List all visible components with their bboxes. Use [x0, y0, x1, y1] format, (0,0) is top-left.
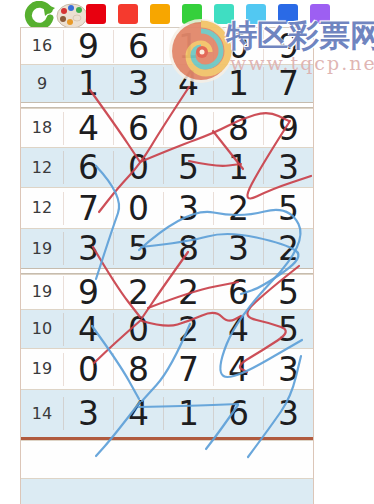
grid-cell-r8c1: 4: [63, 313, 113, 346]
palette-icon[interactable]: [56, 1, 88, 29]
refresh-icon[interactable]: [22, 1, 56, 29]
grid-cell-r4c3: 5: [163, 151, 213, 184]
color-swatch-4[interactable]: [214, 4, 234, 24]
grid-cell-r7c4: 6: [213, 276, 263, 309]
row-label-10: 14: [21, 406, 63, 422]
grid-cell-r5c5: 5: [263, 192, 313, 225]
grid-row-11: [21, 440, 313, 478]
row-label-8: 10: [21, 321, 63, 337]
grid-cell-r8c4: 4: [213, 313, 263, 346]
row-label-7: 19: [21, 284, 63, 300]
grid-cell-r8c5: 5: [263, 313, 313, 346]
row-label-9: 19: [21, 361, 63, 377]
grid-cell-r7c2: 2: [113, 276, 163, 309]
row-label-3: 18: [21, 120, 63, 136]
grid-cell-r3c4: 8: [213, 112, 263, 145]
grid-cell-r9c2: 8: [113, 353, 163, 386]
grid-cell-r1c1: 9: [63, 30, 113, 63]
color-swatch-0[interactable]: [86, 4, 106, 24]
grid-cell-r6c1: 3: [63, 232, 113, 265]
color-swatch-1[interactable]: [118, 4, 138, 24]
grid-cell-r10c5: 3: [263, 397, 313, 430]
grid-cell-r9c1: 0: [63, 353, 113, 386]
grid-row-9: 1908743: [21, 348, 313, 389]
grid-row-4: 1260513: [21, 147, 313, 187]
row-label-6: 19: [21, 241, 63, 257]
color-swatch-5[interactable]: [246, 4, 266, 24]
row-label-1: 16: [21, 38, 63, 54]
grid-cell-r1c5: 9: [263, 30, 313, 63]
color-swatch-3[interactable]: [182, 4, 202, 24]
grid-cell-r10c3: 1: [163, 397, 213, 430]
grid-row-10: 1434163: [21, 389, 313, 437]
grid-cell-r5c4: 2: [213, 192, 263, 225]
color-swatch-bar: [86, 4, 330, 24]
grid-row-12: [21, 478, 313, 504]
grid-row-1: 1696109: [21, 28, 313, 64]
grid-cell-r3c2: 6: [113, 112, 163, 145]
toolbar: [0, 0, 374, 27]
row-label-2: 9: [21, 76, 63, 92]
grid-row-7: 1992265: [21, 274, 313, 309]
color-swatch-7[interactable]: [310, 4, 330, 24]
grid-row-6: 1935832: [21, 228, 313, 268]
trend-grid: 1696109913417184608912605131270325193583…: [20, 27, 314, 504]
grid-cell-r4c2: 0: [113, 151, 163, 184]
grid-cell-r2c4: 1: [213, 67, 263, 100]
grid-row-8: 1040245: [21, 309, 313, 348]
row-label-5: 12: [21, 200, 63, 216]
grid-cell-r2c2: 3: [113, 67, 163, 100]
row-label-4: 12: [21, 160, 63, 176]
grid-cell-r3c3: 0: [163, 112, 213, 145]
grid-cell-r1c3: 1: [163, 30, 213, 63]
grid-cell-r6c4: 3: [213, 232, 263, 265]
grid-cell-r7c1: 9: [63, 276, 113, 309]
lottery-trend-chart-app: { "game": "lottery digit trend chart (特区…: [0, 0, 374, 504]
grid-cell-r2c1: 1: [63, 67, 113, 100]
grid-row-5: 1270325: [21, 187, 313, 228]
grid-cell-r8c2: 0: [113, 313, 163, 346]
grid-cell-r9c4: 4: [213, 353, 263, 386]
grid-cell-r3c5: 9: [263, 112, 313, 145]
grid-cell-r4c4: 1: [213, 151, 263, 184]
grid-cell-r4c5: 3: [263, 151, 313, 184]
grid-cell-r5c3: 3: [163, 192, 213, 225]
grid-cell-r6c2: 5: [113, 232, 163, 265]
grid-cell-r9c3: 7: [163, 353, 213, 386]
grid-cell-r1c2: 6: [113, 30, 163, 63]
color-swatch-2[interactable]: [150, 4, 170, 24]
grid-cell-r6c5: 2: [263, 232, 313, 265]
grid-cell-r4c1: 6: [63, 151, 113, 184]
grid-cell-r7c3: 2: [163, 276, 213, 309]
grid-cell-r7c5: 5: [263, 276, 313, 309]
grid-row-3: 1846089: [21, 108, 313, 147]
grid-cell-r2c5: 7: [263, 67, 313, 100]
grid-cell-r5c1: 7: [63, 192, 113, 225]
color-swatch-6[interactable]: [278, 4, 298, 24]
grid-cell-r10c1: 3: [63, 397, 113, 430]
grid-cell-r10c4: 6: [213, 397, 263, 430]
grid-cell-r5c2: 0: [113, 192, 163, 225]
grid-cell-r10c2: 4: [113, 397, 163, 430]
grid-cell-r9c5: 3: [263, 353, 313, 386]
grid-cell-r3c1: 4: [63, 112, 113, 145]
grid-cell-r8c3: 2: [163, 313, 213, 346]
grid-cell-r1c4: 0: [213, 30, 263, 63]
grid-row-2: 913417: [21, 64, 313, 102]
grid-cell-r2c3: 4: [163, 67, 213, 100]
grid-cell-r6c3: 8: [163, 232, 213, 265]
